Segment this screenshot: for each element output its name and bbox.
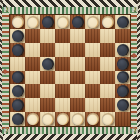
square-e8[interactable]: ● (70, 112, 85, 126)
square-a5[interactable]: ● (10, 71, 25, 85)
checker-light[interactable]: ● (72, 113, 84, 125)
square-f6[interactable] (85, 84, 100, 98)
square-c6[interactable] (40, 84, 55, 98)
checker-dark[interactable]: ● (12, 99, 24, 111)
square-b4[interactable] (25, 57, 40, 71)
checker-light[interactable]: ● (87, 113, 99, 125)
square-f1[interactable]: ● (85, 15, 100, 29)
checker-dark[interactable]: ● (12, 44, 24, 56)
board: ●●●●●●●●●●●●●●●●●●●●●●●●●● (9, 14, 131, 127)
square-b3[interactable] (25, 43, 40, 57)
square-d6[interactable] (55, 84, 70, 98)
checker-light[interactable]: ● (27, 113, 39, 125)
checker-light[interactable]: ● (57, 113, 69, 125)
square-b2[interactable] (25, 29, 40, 43)
square-c4[interactable]: ● (40, 57, 55, 71)
square-a1[interactable]: ● (10, 15, 25, 29)
square-c5[interactable] (40, 71, 55, 85)
checker-light[interactable]: ● (12, 16, 24, 28)
square-c1[interactable]: ● (40, 15, 55, 29)
square-e5[interactable] (70, 71, 85, 85)
square-a7[interactable]: ● (10, 98, 25, 112)
square-d5[interactable] (55, 71, 70, 85)
square-h5[interactable]: ● (115, 71, 130, 85)
checker-dark[interactable]: ● (12, 113, 24, 125)
square-h2[interactable] (115, 29, 130, 43)
square-e7[interactable] (70, 98, 85, 112)
square-d3[interactable] (55, 43, 70, 57)
square-a3[interactable]: ● (10, 43, 25, 57)
square-c7[interactable] (40, 98, 55, 112)
checker-dark[interactable]: ● (42, 58, 54, 70)
square-a2[interactable]: ● (10, 29, 25, 43)
square-a8[interactable]: ● (10, 112, 25, 126)
square-d7[interactable] (55, 98, 70, 112)
square-h8[interactable] (115, 112, 130, 126)
checker-dark[interactable]: ● (117, 99, 129, 111)
board-photo: ✳ ✳ ✳ ✳ ◆ ◆ ●●●●●●●●●●●●●●●●●●●●●●●●●● (0, 0, 140, 140)
checker-light[interactable]: ● (57, 16, 69, 28)
checker-dark[interactable]: ● (117, 71, 129, 83)
square-a4[interactable] (10, 57, 25, 71)
square-b5[interactable] (25, 71, 40, 85)
square-b1[interactable]: ● (25, 15, 40, 29)
square-a6[interactable]: ● (10, 84, 25, 98)
square-e6[interactable] (70, 84, 85, 98)
checker-dark[interactable]: ● (42, 16, 54, 28)
square-g8[interactable]: ● (100, 112, 115, 126)
square-f4[interactable] (85, 57, 100, 71)
checker-light[interactable]: ● (42, 113, 54, 125)
mosaic-band-bottom (2, 127, 138, 134)
square-g3[interactable] (100, 43, 115, 57)
checker-dark[interactable]: ● (117, 16, 129, 28)
checker-light[interactable]: ● (87, 16, 99, 28)
square-h1[interactable]: ● (115, 15, 130, 29)
square-h7[interactable]: ● (115, 98, 130, 112)
square-h3[interactable]: ● (115, 43, 130, 57)
checker-dark[interactable]: ● (117, 85, 129, 97)
checker-light[interactable]: ● (102, 16, 114, 28)
square-e1[interactable]: ● (70, 15, 85, 29)
corner-star-icon: ✳ (2, 6, 10, 14)
square-f3[interactable] (85, 43, 100, 57)
checker-dark[interactable]: ● (72, 16, 84, 28)
mosaic-band-top (2, 7, 138, 14)
square-e2[interactable] (70, 29, 85, 43)
square-d4[interactable] (55, 57, 70, 71)
side-medallion-icon: ◆ (2, 68, 8, 74)
square-g2[interactable] (100, 29, 115, 43)
square-d1[interactable]: ● (55, 15, 70, 29)
mosaic-band-right (130, 12, 137, 129)
checker-dark[interactable]: ● (12, 30, 24, 42)
checker-dark[interactable]: ● (117, 44, 129, 56)
square-c2[interactable] (40, 29, 55, 43)
corner-star-icon: ✳ (130, 127, 138, 135)
square-f7[interactable] (85, 98, 100, 112)
square-c3[interactable] (40, 43, 55, 57)
square-g5[interactable] (100, 71, 115, 85)
square-g1[interactable]: ● (100, 15, 115, 29)
square-f2[interactable] (85, 29, 100, 43)
checker-light[interactable]: ● (102, 113, 114, 125)
square-f5[interactable] (85, 71, 100, 85)
square-e3[interactable] (70, 43, 85, 57)
square-b8[interactable]: ● (25, 112, 40, 126)
square-d8[interactable]: ● (55, 112, 70, 126)
square-b7[interactable] (25, 98, 40, 112)
square-g4[interactable] (100, 57, 115, 71)
checker-dark[interactable]: ● (12, 85, 24, 97)
square-f8[interactable]: ● (85, 112, 100, 126)
side-medallion-icon: ◆ (131, 52, 137, 58)
corner-star-icon: ✳ (2, 127, 10, 135)
square-g6[interactable] (100, 84, 115, 98)
square-d2[interactable] (55, 29, 70, 43)
rope-inlay-right (137, 0, 140, 140)
square-g7[interactable] (100, 98, 115, 112)
square-b6[interactable] (25, 84, 40, 98)
checker-dark[interactable]: ● (12, 71, 24, 83)
square-h6[interactable]: ● (115, 84, 130, 98)
checker-light[interactable]: ● (27, 16, 39, 28)
square-h4[interactable]: ● (115, 57, 130, 71)
square-c8[interactable]: ● (40, 112, 55, 126)
checker-dark[interactable]: ● (117, 58, 129, 70)
square-e4[interactable] (70, 57, 85, 71)
corner-star-icon: ✳ (130, 6, 138, 14)
